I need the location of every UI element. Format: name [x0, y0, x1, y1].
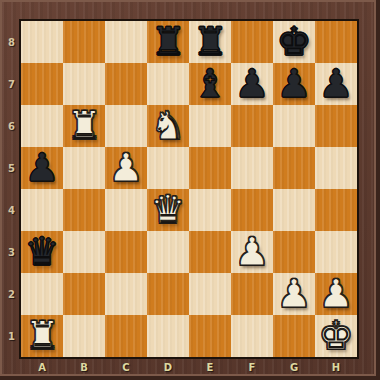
square-b7[interactable] — [63, 63, 105, 105]
square-a5[interactable]: ♟ — [21, 147, 63, 189]
square-d2[interactable] — [147, 273, 189, 315]
square-h4[interactable] — [315, 189, 357, 231]
square-e5[interactable] — [189, 147, 231, 189]
square-f7[interactable]: ♟ — [231, 63, 273, 105]
square-e4[interactable] — [189, 189, 231, 231]
square-g1[interactable] — [273, 315, 315, 357]
square-g5[interactable] — [273, 147, 315, 189]
square-c5[interactable]: ♟ — [105, 147, 147, 189]
rank-label-7: 7 — [2, 63, 21, 105]
rank-label-4: 4 — [2, 189, 21, 231]
square-h7[interactable]: ♟ — [315, 63, 357, 105]
square-e1[interactable] — [189, 315, 231, 357]
square-h3[interactable] — [315, 231, 357, 273]
square-g6[interactable] — [273, 105, 315, 147]
square-c6[interactable] — [105, 105, 147, 147]
rank-label-6: 6 — [2, 105, 21, 147]
square-d8[interactable]: ♜ — [147, 21, 189, 63]
square-a3[interactable]: ♛ — [21, 231, 63, 273]
square-f8[interactable] — [231, 21, 273, 63]
piece-white-knight[interactable]: ♞ — [151, 105, 186, 147]
file-labels: ABCDEFGH — [21, 357, 357, 378]
file-label-h: H — [315, 357, 357, 378]
file-label-e: E — [189, 357, 231, 378]
rank-label-5: 5 — [2, 147, 21, 189]
rank-label-2: 2 — [2, 273, 21, 315]
rank-label-3: 3 — [2, 231, 21, 273]
piece-black-pawn[interactable]: ♟ — [319, 63, 354, 105]
file-label-a: A — [21, 357, 63, 378]
file-label-d: D — [147, 357, 189, 378]
square-a2[interactable] — [21, 273, 63, 315]
square-f4[interactable] — [231, 189, 273, 231]
square-c1[interactable] — [105, 315, 147, 357]
square-f1[interactable] — [231, 315, 273, 357]
square-b8[interactable] — [63, 21, 105, 63]
square-e8[interactable]: ♜ — [189, 21, 231, 63]
square-b3[interactable] — [63, 231, 105, 273]
square-a6[interactable] — [21, 105, 63, 147]
square-b6[interactable]: ♜ — [63, 105, 105, 147]
rank-label-8: 8 — [2, 21, 21, 63]
square-d3[interactable] — [147, 231, 189, 273]
square-c7[interactable] — [105, 63, 147, 105]
file-label-c: C — [105, 357, 147, 378]
rank-labels: 87654321 — [2, 21, 21, 357]
piece-black-rook[interactable]: ♜ — [151, 21, 186, 63]
square-a8[interactable] — [21, 21, 63, 63]
square-a7[interactable] — [21, 63, 63, 105]
piece-black-queen[interactable]: ♛ — [25, 231, 60, 273]
square-e7[interactable]: ♝ — [189, 63, 231, 105]
square-f6[interactable] — [231, 105, 273, 147]
board-frame: 87654321 ABCDEFGH ♜♜♚♝♟♟♟♜♞♟♟♛♛♟♟♟♜♚ — [0, 0, 376, 376]
square-b5[interactable] — [63, 147, 105, 189]
piece-black-king[interactable]: ♚ — [277, 21, 312, 63]
piece-white-rook[interactable]: ♜ — [25, 315, 60, 357]
square-f3[interactable]: ♟ — [231, 231, 273, 273]
square-c2[interactable] — [105, 273, 147, 315]
piece-white-pawn[interactable]: ♟ — [319, 273, 354, 315]
piece-black-bishop[interactable]: ♝ — [193, 63, 228, 105]
rank-label-1: 1 — [2, 315, 21, 357]
square-d4[interactable]: ♛ — [147, 189, 189, 231]
square-d1[interactable] — [147, 315, 189, 357]
piece-black-pawn[interactable]: ♟ — [25, 147, 60, 189]
file-label-b: B — [63, 357, 105, 378]
piece-white-pawn[interactable]: ♟ — [109, 147, 144, 189]
square-d7[interactable] — [147, 63, 189, 105]
square-c4[interactable] — [105, 189, 147, 231]
square-d6[interactable]: ♞ — [147, 105, 189, 147]
chess-board: ♜♜♚♝♟♟♟♜♞♟♟♛♛♟♟♟♜♚ — [21, 21, 357, 357]
square-f5[interactable] — [231, 147, 273, 189]
square-h2[interactable]: ♟ — [315, 273, 357, 315]
square-c8[interactable] — [105, 21, 147, 63]
square-b1[interactable] — [63, 315, 105, 357]
square-g2[interactable]: ♟ — [273, 273, 315, 315]
square-a4[interactable] — [21, 189, 63, 231]
piece-white-rook[interactable]: ♜ — [67, 105, 102, 147]
square-h5[interactable] — [315, 147, 357, 189]
square-d5[interactable] — [147, 147, 189, 189]
square-b2[interactable] — [63, 273, 105, 315]
square-h6[interactable] — [315, 105, 357, 147]
file-label-g: G — [273, 357, 315, 378]
piece-white-pawn[interactable]: ♟ — [235, 231, 270, 273]
square-h1[interactable]: ♚ — [315, 315, 357, 357]
square-e6[interactable] — [189, 105, 231, 147]
square-g8[interactable]: ♚ — [273, 21, 315, 63]
piece-black-pawn[interactable]: ♟ — [277, 63, 312, 105]
square-e2[interactable] — [189, 273, 231, 315]
square-g7[interactable]: ♟ — [273, 63, 315, 105]
piece-black-rook[interactable]: ♜ — [193, 21, 228, 63]
square-g3[interactable] — [273, 231, 315, 273]
square-f2[interactable] — [231, 273, 273, 315]
piece-black-pawn[interactable]: ♟ — [235, 63, 270, 105]
square-e3[interactable] — [189, 231, 231, 273]
piece-white-queen[interactable]: ♛ — [151, 189, 186, 231]
square-h8[interactable] — [315, 21, 357, 63]
piece-white-pawn[interactable]: ♟ — [277, 273, 312, 315]
piece-white-king[interactable]: ♚ — [319, 315, 354, 357]
file-label-f: F — [231, 357, 273, 378]
square-a1[interactable]: ♜ — [21, 315, 63, 357]
square-g4[interactable] — [273, 189, 315, 231]
square-b4[interactable] — [63, 189, 105, 231]
square-c3[interactable] — [105, 231, 147, 273]
